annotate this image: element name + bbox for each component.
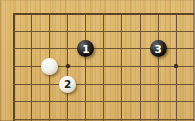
grid-hline: [13, 13, 195, 15]
grid-hline: [13, 84, 195, 85]
stone-white-d15[interactable]: 2: [59, 76, 76, 93]
grid-hline: [13, 66, 195, 67]
grid-hline: [13, 119, 195, 120]
star-point-k16: [174, 64, 178, 68]
stone-black-e17[interactable]: 1: [77, 40, 94, 57]
grid-hline: [13, 101, 195, 102]
go-diagram: 123: [0, 0, 194, 121]
stone-white-c16[interactable]: [41, 58, 58, 75]
grid-hline: [13, 48, 195, 49]
stone-move-number: 1: [82, 43, 89, 54]
stone-black-j17[interactable]: 3: [150, 40, 167, 57]
star-point-d16: [66, 64, 70, 68]
grid-hline: [13, 31, 195, 32]
go-board[interactable]: 123: [0, 0, 194, 121]
stone-move-number: 2: [64, 78, 71, 89]
stone-move-number: 3: [154, 43, 161, 54]
